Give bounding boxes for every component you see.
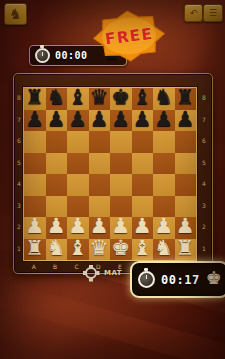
- rank-label-4: 4: [17, 180, 21, 187]
- stopwatch-icon: [138, 271, 155, 288]
- board-squares[interactable]: ♜♞♝♛♚♝♞♜♟♟♟♟♟♟♟♟♟♟♟♟♟♟♟♟♜♞♝♛♚♝♞♜: [23, 87, 197, 261]
- square-h6[interactable]: [175, 131, 197, 153]
- square-e5[interactable]: [110, 153, 132, 175]
- rank-label-8: 8: [202, 94, 206, 101]
- square-c6[interactable]: [67, 131, 89, 153]
- rank-label-4: 4: [202, 180, 206, 187]
- square-g4[interactable]: [153, 174, 175, 196]
- rank-label-7: 7: [202, 116, 206, 123]
- undo-icon: ↶: [190, 8, 198, 18]
- square-h7[interactable]: ♟: [175, 110, 197, 132]
- white-pawn[interactable]: ♟: [89, 216, 111, 237]
- square-g6[interactable]: [153, 131, 175, 153]
- square-a1[interactable]: ♜: [24, 239, 46, 261]
- white-queen[interactable]: ♛: [89, 238, 111, 259]
- square-d4[interactable]: [89, 174, 111, 196]
- square-d6[interactable]: [89, 131, 111, 153]
- white-bishop[interactable]: ♝: [67, 238, 89, 259]
- square-e4[interactable]: [110, 174, 132, 196]
- black-queen[interactable]: ♛: [89, 87, 111, 108]
- rank-labels-right: 87654321: [199, 87, 209, 259]
- square-b4[interactable]: [46, 174, 68, 196]
- square-f7[interactable]: ♟: [132, 110, 154, 132]
- white-player-timer-panel: 00:17 ♚: [130, 261, 225, 298]
- square-d7[interactable]: ♟: [89, 110, 111, 132]
- black-king[interactable]: ♚: [110, 87, 132, 108]
- partial-label: MAT: [104, 269, 122, 277]
- white-rook[interactable]: ♜: [175, 238, 197, 259]
- square-c1[interactable]: ♝: [67, 239, 89, 261]
- square-a5[interactable]: [24, 153, 46, 175]
- black-timer-value: 00:00: [55, 50, 88, 61]
- undo-button[interactable]: ↶: [184, 4, 203, 22]
- square-e6[interactable]: [110, 131, 132, 153]
- white-pawn[interactable]: ♟: [153, 216, 175, 237]
- square-d5[interactable]: [89, 153, 111, 175]
- white-pawn[interactable]: ♟: [132, 216, 154, 237]
- square-b1[interactable]: ♞: [46, 239, 68, 261]
- square-f6[interactable]: [132, 131, 154, 153]
- rank-label-3: 3: [17, 202, 21, 209]
- black-pawn[interactable]: ♟: [132, 109, 154, 130]
- square-h5[interactable]: [175, 153, 197, 175]
- rank-label-7: 7: [17, 116, 21, 123]
- rank-label-8: 8: [17, 94, 21, 101]
- black-pawn[interactable]: ♟: [24, 109, 46, 130]
- square-b7[interactable]: ♟: [46, 110, 68, 132]
- white-bishop[interactable]: ♝: [132, 238, 154, 259]
- rank-label-1: 1: [202, 245, 206, 252]
- square-c4[interactable]: [67, 174, 89, 196]
- square-b5[interactable]: [46, 153, 68, 175]
- chess-app-screen: ♞ ↶ ☰ FREE 00:00 ♚ 87654321 ♜♞♝♛♚♝♞♜♟♟♟♟…: [0, 0, 225, 359]
- white-pawn[interactable]: ♟: [67, 216, 89, 237]
- square-a6[interactable]: [24, 131, 46, 153]
- black-pawn[interactable]: ♟: [89, 109, 111, 130]
- rank-label-5: 5: [17, 159, 21, 166]
- rank-label-1: 1: [17, 245, 21, 252]
- white-knight[interactable]: ♞: [153, 238, 175, 259]
- black-pawn[interactable]: ♟: [46, 109, 68, 130]
- black-rook[interactable]: ♜: [24, 87, 46, 108]
- square-b6[interactable]: [46, 131, 68, 153]
- square-c5[interactable]: [67, 153, 89, 175]
- file-label-c: C: [75, 263, 79, 270]
- black-pawn[interactable]: ♟: [67, 109, 89, 130]
- square-g7[interactable]: ♟: [153, 110, 175, 132]
- square-c7[interactable]: ♟: [67, 110, 89, 132]
- knight-icon: ♞: [9, 7, 22, 21]
- file-label-d: D: [96, 263, 101, 270]
- black-rook[interactable]: ♜: [175, 87, 197, 108]
- white-pawn[interactable]: ♟: [24, 216, 46, 237]
- square-h4[interactable]: [175, 174, 197, 196]
- rank-label-6: 6: [202, 137, 206, 144]
- white-pawn[interactable]: ♟: [175, 216, 197, 237]
- black-bishop[interactable]: ♝: [132, 87, 154, 108]
- black-pawn[interactable]: ♟: [175, 109, 197, 130]
- white-pawn[interactable]: ♟: [110, 216, 132, 237]
- stopwatch-icon: [35, 48, 50, 63]
- free-badge[interactable]: FREE: [90, 7, 167, 64]
- options-button[interactable]: ☰: [203, 4, 223, 22]
- white-rook[interactable]: ♜: [24, 238, 46, 259]
- rank-label-5: 5: [202, 159, 206, 166]
- square-g5[interactable]: [153, 153, 175, 175]
- white-king-icon: ♚: [206, 273, 222, 283]
- menu-button[interactable]: ♞: [4, 3, 27, 25]
- square-a7[interactable]: ♟: [24, 110, 46, 132]
- black-pawn[interactable]: ♟: [110, 109, 132, 130]
- file-label-b: B: [53, 263, 57, 270]
- white-timer-value: 00:17: [161, 273, 200, 287]
- square-a4[interactable]: [24, 174, 46, 196]
- square-f5[interactable]: [132, 153, 154, 175]
- rank-label-3: 3: [202, 202, 206, 209]
- black-bishop[interactable]: ♝: [67, 87, 89, 108]
- black-pawn[interactable]: ♟: [153, 109, 175, 130]
- rank-label-2: 2: [202, 223, 206, 230]
- white-knight[interactable]: ♞: [46, 238, 68, 259]
- rank-label-6: 6: [17, 137, 21, 144]
- black-knight[interactable]: ♞: [153, 87, 175, 108]
- menu-lines-icon: ☰: [209, 8, 217, 18]
- chess-board: 87654321 ♜♞♝♛♚♝♞♜♟♟♟♟♟♟♟♟♟♟♟♟♟♟♟♟♜♞♝♛♚♝♞…: [13, 73, 213, 274]
- square-d1[interactable]: ♛: [89, 239, 111, 261]
- white-king[interactable]: ♚: [110, 238, 132, 259]
- rank-label-2: 2: [17, 223, 21, 230]
- square-e7[interactable]: ♟: [110, 110, 132, 132]
- square-e1[interactable]: ♚: [110, 239, 132, 261]
- file-label-a: A: [32, 263, 36, 270]
- white-pawn[interactable]: ♟: [46, 216, 68, 237]
- black-knight[interactable]: ♞: [46, 87, 68, 108]
- square-g1[interactable]: ♞: [153, 239, 175, 261]
- square-h1[interactable]: ♜: [175, 239, 197, 261]
- square-f4[interactable]: [132, 174, 154, 196]
- gear-icon[interactable]: [85, 267, 97, 279]
- square-f1[interactable]: ♝: [132, 239, 154, 261]
